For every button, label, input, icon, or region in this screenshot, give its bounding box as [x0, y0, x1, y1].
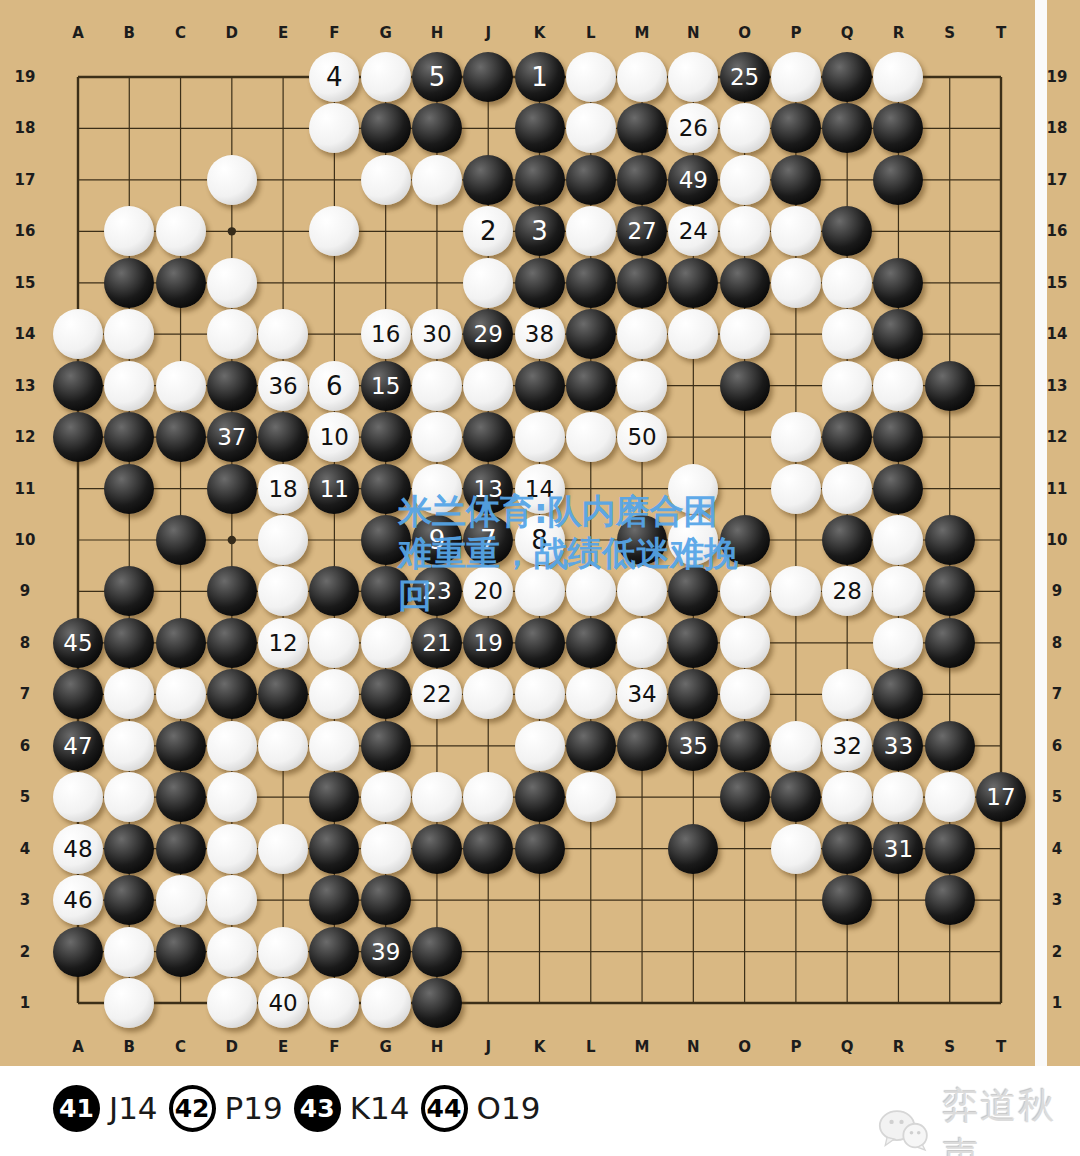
stone-white-P15 [771, 258, 821, 308]
coordinate-label: 13 [10, 376, 40, 396]
stone-white-E11: 18 [258, 464, 308, 514]
stone-white-D6 [207, 721, 257, 771]
caption-move: 44O19 [421, 1085, 541, 1132]
stone-white-E4 [258, 824, 308, 874]
stone-black-P18 [771, 103, 821, 153]
stone-black-F11: 11 [309, 464, 359, 514]
stone-white-A14 [53, 309, 103, 359]
stone-white-C13 [156, 361, 206, 411]
move-number: 36 [268, 373, 297, 399]
stone-black-H1 [412, 978, 462, 1028]
stone-black-J17 [463, 155, 513, 205]
stone-black-P17 [771, 155, 821, 205]
stone-black-K16: 3 [515, 206, 565, 256]
coordinate-label: 10 [10, 530, 40, 550]
stone-white-E2 [258, 927, 308, 977]
stone-white-O16 [720, 206, 770, 256]
stone-white-G14: 16 [361, 309, 411, 359]
stone-white-L12 [566, 412, 616, 462]
coordinate-label: 15 [10, 273, 40, 293]
coordinate-label: K [525, 1037, 555, 1057]
stone-white-Q13 [822, 361, 872, 411]
stone-black-H19: 5 [412, 52, 462, 102]
move-number: 49 [679, 167, 708, 193]
stone-black-G2: 39 [361, 927, 411, 977]
stone-white-G1 [361, 978, 411, 1028]
coordinate-label: J [473, 1037, 503, 1057]
stone-black-J8: 19 [463, 618, 513, 668]
stone-white-O18 [720, 103, 770, 153]
coordinate-label: 11 [10, 479, 40, 499]
stone-black-C4 [156, 824, 206, 874]
stone-black-R17 [873, 155, 923, 205]
caption-move-coord: P19 [225, 1090, 283, 1126]
stone-white-D17 [207, 155, 257, 205]
stone-black-O15 [720, 258, 770, 308]
stone-white-G4 [361, 824, 411, 874]
stone-white-H14: 30 [412, 309, 462, 359]
coordinate-label: 8 [10, 633, 40, 653]
move-number: 17 [986, 784, 1015, 810]
coordinate-label: S [935, 1037, 965, 1057]
move-number: 22 [422, 681, 451, 707]
stone-white-G19 [361, 52, 411, 102]
stone-black-R15 [873, 258, 923, 308]
stone-black-B11 [104, 464, 154, 514]
coordinate-label: O [730, 23, 760, 43]
stone-white-P6 [771, 721, 821, 771]
stone-white-K12 [515, 412, 565, 462]
stone-white-P11 [771, 464, 821, 514]
stone-black-C6 [156, 721, 206, 771]
board-right-margin [1035, 0, 1047, 1066]
coordinate-label: L [576, 1037, 606, 1057]
stone-black-O13 [720, 361, 770, 411]
stone-white-G5 [361, 772, 411, 822]
coordinate-label: P [781, 23, 811, 43]
coordinate-label: Q [832, 23, 862, 43]
move-number: 48 [63, 836, 92, 862]
move-number: 10 [320, 424, 349, 450]
coordinate-label: 6 [10, 736, 40, 756]
stone-white-M12: 50 [617, 412, 667, 462]
stone-white-H12 [412, 412, 462, 462]
stone-black-K19: 1 [515, 52, 565, 102]
stone-black-K15 [515, 258, 565, 308]
move-number: 21 [422, 630, 451, 656]
move-number: 38 [525, 321, 554, 347]
stone-black-K17 [515, 155, 565, 205]
stone-white-L18 [566, 103, 616, 153]
move-number: 30 [422, 321, 451, 347]
stone-black-S8 [925, 618, 975, 668]
stone-white-E8: 12 [258, 618, 308, 668]
coordinate-label: 19 [10, 67, 40, 87]
stone-black-K5 [515, 772, 565, 822]
stone-black-L15 [566, 258, 616, 308]
stone-black-P5 [771, 772, 821, 822]
stone-black-R11 [873, 464, 923, 514]
stone-white-Q15 [822, 258, 872, 308]
move-number: 1 [531, 62, 548, 92]
coordinate-label: D [217, 23, 247, 43]
stone-white-Q6: 32 [822, 721, 872, 771]
stone-black-N15 [668, 258, 718, 308]
stone-white-O14 [720, 309, 770, 359]
stone-white-D4 [207, 824, 257, 874]
stone-black-C8 [156, 618, 206, 668]
stone-black-G6 [361, 721, 411, 771]
coordinate-label: 17 [10, 170, 40, 190]
stone-black-G12 [361, 412, 411, 462]
coordinate-label: 7 [10, 684, 40, 704]
coordinate-label: 3 [10, 890, 40, 910]
coordinate-label: 16 [10, 221, 40, 241]
stone-black-L17 [566, 155, 616, 205]
stone-white-P16 [771, 206, 821, 256]
move-number: 47 [63, 733, 92, 759]
move-number: 11 [320, 476, 349, 502]
coordinate-label: C [166, 1037, 196, 1057]
logo-text: 弈道秋声 [942, 1082, 1080, 1156]
move-number: 24 [679, 218, 708, 244]
stone-black-K13 [515, 361, 565, 411]
stone-white-B2 [104, 927, 154, 977]
stone-white-P19 [771, 52, 821, 102]
coordinate-label: N [678, 23, 708, 43]
stone-white-K6 [515, 721, 565, 771]
coordinate-label: 12 [10, 427, 40, 447]
caption-move: 42P19 [169, 1085, 283, 1132]
stone-black-N4 [668, 824, 718, 874]
stone-white-H17 [412, 155, 462, 205]
stone-white-O7 [720, 669, 770, 719]
stone-black-C5 [156, 772, 206, 822]
move-number: 16 [371, 321, 400, 347]
caption-move-coord: O19 [477, 1090, 541, 1126]
stone-white-R8 [873, 618, 923, 668]
coordinate-label: A [63, 1037, 93, 1057]
coordinate-label: M [627, 23, 657, 43]
move-number: 19 [474, 630, 503, 656]
stone-black-S4 [925, 824, 975, 874]
move-number: 12 [268, 630, 297, 656]
stone-white-L16 [566, 206, 616, 256]
stone-black-J19 [463, 52, 513, 102]
stone-white-E6 [258, 721, 308, 771]
stone-white-P12 [771, 412, 821, 462]
move-caption-bar: 41J1442P1943K1444O19 [53, 1080, 540, 1136]
coordinate-label: D [217, 1037, 247, 1057]
stone-black-D9 [207, 566, 257, 616]
stone-black-C12 [156, 412, 206, 462]
coordinate-label: 18 [10, 118, 40, 138]
stone-black-Q3 [822, 875, 872, 925]
stone-black-J12 [463, 412, 513, 462]
move-number: 34 [627, 681, 656, 707]
stone-white-G17 [361, 155, 411, 205]
caption-move: 43K14 [294, 1085, 410, 1132]
stone-black-K4 [515, 824, 565, 874]
coordinate-label: F [319, 23, 349, 43]
stone-black-A2 [53, 927, 103, 977]
stone-white-E13: 36 [258, 361, 308, 411]
stone-black-T5: 17 [976, 772, 1026, 822]
coordinate-label: R [883, 23, 913, 43]
stone-black-M15 [617, 258, 667, 308]
stone-white-H7: 22 [412, 669, 462, 719]
caption-move-marker-42: 42 [169, 1085, 216, 1132]
stone-white-E1: 40 [258, 978, 308, 1028]
stone-white-L19 [566, 52, 616, 102]
stone-white-D3 [207, 875, 257, 925]
coordinate-label: A [63, 23, 93, 43]
stone-white-A5 [53, 772, 103, 822]
publisher-logo: 弈道秋声 [878, 1082, 1080, 1156]
coordinate-label: F [319, 1037, 349, 1057]
stone-black-M6 [617, 721, 667, 771]
stone-black-Q12 [822, 412, 872, 462]
caption-move-marker-44: 44 [421, 1085, 468, 1132]
move-number: 45 [63, 630, 92, 656]
stone-black-S10 [925, 515, 975, 565]
stone-black-L8 [566, 618, 616, 668]
stone-black-D8 [207, 618, 257, 668]
stone-white-D5 [207, 772, 257, 822]
stone-black-O6 [720, 721, 770, 771]
stone-white-A3: 46 [53, 875, 103, 925]
move-number: 3 [531, 216, 548, 246]
stone-black-L13 [566, 361, 616, 411]
coordinate-label: H [422, 23, 452, 43]
coordinate-label: 1 [10, 993, 40, 1013]
move-number: 40 [268, 990, 297, 1016]
coordinate-label: N [678, 1037, 708, 1057]
stone-white-A4: 48 [53, 824, 103, 874]
stone-black-H2 [412, 927, 462, 977]
move-number: 5 [429, 62, 446, 92]
stone-black-A13 [53, 361, 103, 411]
stone-black-S6 [925, 721, 975, 771]
stone-black-S9 [925, 566, 975, 616]
stone-white-R13 [873, 361, 923, 411]
stone-white-F13: 6 [309, 361, 359, 411]
stone-white-M13 [617, 361, 667, 411]
stone-black-D7 [207, 669, 257, 719]
stone-white-M14 [617, 309, 667, 359]
stone-black-H4 [412, 824, 462, 874]
coordinate-label: 4 [10, 839, 40, 859]
stone-white-C3 [156, 875, 206, 925]
move-number: 28 [833, 578, 862, 604]
wechat-chat-bubbles-icon [878, 1106, 930, 1156]
stone-white-O8 [720, 618, 770, 668]
move-number: 37 [217, 424, 246, 450]
move-number: 35 [679, 733, 708, 759]
stone-white-F8 [309, 618, 359, 668]
stone-white-P9 [771, 566, 821, 616]
stone-black-B8 [104, 618, 154, 668]
stone-white-C7 [156, 669, 206, 719]
stone-white-N19 [668, 52, 718, 102]
move-number: 15 [371, 373, 400, 399]
stone-black-C15 [156, 258, 206, 308]
coordinate-label: B [114, 23, 144, 43]
stone-white-K14: 38 [515, 309, 565, 359]
stone-black-C2 [156, 927, 206, 977]
stone-black-J4 [463, 824, 513, 874]
watermark-text: 米兰体育:队内磨合困难重重，战绩低迷难挽回 [398, 490, 748, 616]
stone-black-Q19 [822, 52, 872, 102]
coordinate-label: 2 [10, 942, 40, 962]
stone-black-L6 [566, 721, 616, 771]
move-number: 33 [884, 733, 913, 759]
stone-white-G8 [361, 618, 411, 668]
move-number: 2 [480, 216, 497, 246]
stone-black-D12: 37 [207, 412, 257, 462]
stone-white-B1 [104, 978, 154, 1028]
move-number: 18 [268, 476, 297, 502]
stone-white-H13 [412, 361, 462, 411]
stone-white-H5 [412, 772, 462, 822]
stone-black-G3 [361, 875, 411, 925]
stone-black-R4: 31 [873, 824, 923, 874]
stone-white-M8 [617, 618, 667, 668]
move-number: 4 [326, 62, 343, 92]
stone-white-B13 [104, 361, 154, 411]
stone-white-B6 [104, 721, 154, 771]
stone-white-F6 [309, 721, 359, 771]
coordinate-label: H [422, 1037, 452, 1057]
stone-white-D14 [207, 309, 257, 359]
coordinate-label: R [883, 1037, 913, 1057]
move-number: 39 [371, 939, 400, 965]
stone-white-C16 [156, 206, 206, 256]
caption-move-marker-41: 41 [53, 1085, 100, 1132]
stone-black-C10 [156, 515, 206, 565]
stone-white-Q11 [822, 464, 872, 514]
move-number: 46 [63, 887, 92, 913]
stone-white-K7 [515, 669, 565, 719]
caption-move-coord: K14 [350, 1090, 410, 1126]
stone-black-N8 [668, 618, 718, 668]
stone-black-F2 [309, 927, 359, 977]
stone-black-K18 [515, 103, 565, 153]
stone-black-S3 [925, 875, 975, 925]
stone-black-Q4 [822, 824, 872, 874]
coordinate-label: M [627, 1037, 657, 1057]
coordinate-label: 5 [10, 787, 40, 807]
coordinate-label: T [986, 23, 1016, 43]
page: { "game": "go", "board": { "size": 19, "… [0, 0, 1080, 1156]
stone-black-N6: 35 [668, 721, 718, 771]
move-number: 29 [474, 321, 503, 347]
stone-white-E10 [258, 515, 308, 565]
stone-white-E14 [258, 309, 308, 359]
coordinate-label: O [730, 1037, 760, 1057]
coordinate-label: J [473, 23, 503, 43]
stone-black-A6: 47 [53, 721, 103, 771]
coordinate-label: B [114, 1037, 144, 1057]
stone-black-E12 [258, 412, 308, 462]
stone-white-L5 [566, 772, 616, 822]
coordinate-label: Q [832, 1037, 862, 1057]
move-number: 31 [884, 836, 913, 862]
stone-black-N17: 49 [668, 155, 718, 205]
stone-white-J15 [463, 258, 513, 308]
stone-black-Q10 [822, 515, 872, 565]
coordinate-label: K [525, 23, 555, 43]
coordinate-label: L [576, 23, 606, 43]
move-number: 32 [833, 733, 862, 759]
stone-white-D15 [207, 258, 257, 308]
go-board-image: ABCDEFGHJKLMNOPQRST ABCDEFGHJKLMNOPQRST … [0, 0, 1080, 1066]
move-number: 50 [627, 424, 656, 450]
coordinate-label: G [371, 1037, 401, 1057]
stone-black-A8: 45 [53, 618, 103, 668]
coordinate-label: E [268, 1037, 298, 1057]
coordinate-label: S [935, 23, 965, 43]
coordinate-label: P [781, 1037, 811, 1057]
move-number: 6 [326, 371, 343, 401]
stone-black-M17 [617, 155, 667, 205]
stone-black-D13 [207, 361, 257, 411]
stone-white-D2 [207, 927, 257, 977]
stone-black-S13 [925, 361, 975, 411]
move-number: 27 [627, 218, 656, 244]
stone-black-F4 [309, 824, 359, 874]
stone-black-A12 [53, 412, 103, 462]
caption-move-coord: J14 [109, 1090, 158, 1126]
stone-white-P4 [771, 824, 821, 874]
stone-black-L14 [566, 309, 616, 359]
caption-move: 41J14 [53, 1085, 158, 1132]
move-number: 26 [679, 115, 708, 141]
stone-black-O5 [720, 772, 770, 822]
coordinate-label: E [268, 23, 298, 43]
stone-black-O19: 25 [720, 52, 770, 102]
stone-black-R6: 33 [873, 721, 923, 771]
stone-white-M19 [617, 52, 667, 102]
stone-black-A7 [53, 669, 103, 719]
caption-move-marker-43: 43 [294, 1085, 341, 1132]
coordinate-label: T [986, 1037, 1016, 1057]
coordinate-label: 14 [10, 324, 40, 344]
coordinate-label: G [371, 23, 401, 43]
stone-black-G18 [361, 103, 411, 153]
stone-white-S5 [925, 772, 975, 822]
coordinate-label: C [166, 23, 196, 43]
stone-black-K8 [515, 618, 565, 668]
stone-white-D1 [207, 978, 257, 1028]
coordinate-label: 9 [10, 581, 40, 601]
stone-black-G7 [361, 669, 411, 719]
stone-white-L7 [566, 669, 616, 719]
stone-black-G13: 15 [361, 361, 411, 411]
stone-black-D11 [207, 464, 257, 514]
stone-white-O17 [720, 155, 770, 205]
stone-black-H8: 21 [412, 618, 462, 668]
stone-black-B15 [104, 258, 154, 308]
move-number: 25 [730, 64, 759, 90]
stone-black-B4 [104, 824, 154, 874]
stone-white-J13 [463, 361, 513, 411]
